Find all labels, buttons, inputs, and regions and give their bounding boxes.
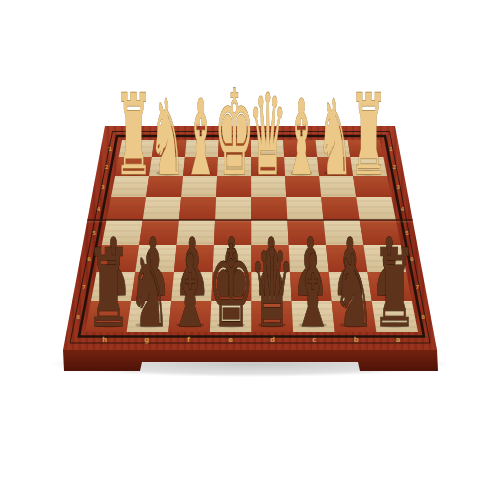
piece-black-bishop-c8[interactable]: ♝	[292, 233, 333, 349]
rank-label-left-3: 3	[101, 184, 105, 190]
rank-label-right-8: 8	[421, 314, 425, 320]
piece-white-rook-h2[interactable]: ♜	[115, 70, 153, 201]
rank-label-left-2: 2	[105, 164, 109, 170]
rank-label-right-2: 2	[392, 164, 396, 170]
piece-black-knight-g8[interactable]: ♞	[129, 233, 170, 349]
piece-white-bishop-f2[interactable]: ♝	[183, 77, 218, 199]
chess-board-scene: hgfedcba 1122334455667788 ♜♞♝♚♛♝♞♜♟♟♟♟♟♟…	[0, 0, 500, 500]
rank-label-right-3: 3	[396, 184, 400, 190]
piece-white-king-e2[interactable]: ♚	[214, 64, 254, 201]
rank-label-left-1: 1	[108, 146, 112, 152]
rank-label-left-7: 7	[82, 284, 86, 290]
piece-black-rook-h8[interactable]: ♜	[86, 226, 131, 352]
rank-label-right-1: 1	[389, 146, 393, 152]
piece-white-queen-d2[interactable]: ♛	[249, 70, 287, 201]
rank-label-right-4: 4	[400, 206, 404, 212]
piece-white-bishop-c2[interactable]: ♝	[284, 77, 319, 199]
piece-white-knight-b2[interactable]: ♞	[317, 77, 352, 199]
piece-black-queen-d8[interactable]: ♛	[250, 226, 295, 352]
chess-set-product-photo: hgfedcba 1122334455667788 ♜♞♝♚♛♝♞♜♟♟♟♟♟♟…	[0, 0, 500, 500]
piece-black-rook-a8[interactable]: ♜	[372, 226, 417, 352]
piece-black-king-e8[interactable]: ♚	[208, 222, 254, 353]
piece-white-knight-g2[interactable]: ♞	[149, 77, 184, 199]
piece-black-bishop-f8[interactable]: ♝	[170, 233, 211, 349]
piece-black-knight-b8[interactable]: ♞	[333, 233, 374, 349]
rank-label-left-8: 8	[76, 314, 80, 320]
piece-white-rook-a2[interactable]: ♜	[349, 70, 387, 201]
rank-label-left-4: 4	[97, 206, 101, 212]
